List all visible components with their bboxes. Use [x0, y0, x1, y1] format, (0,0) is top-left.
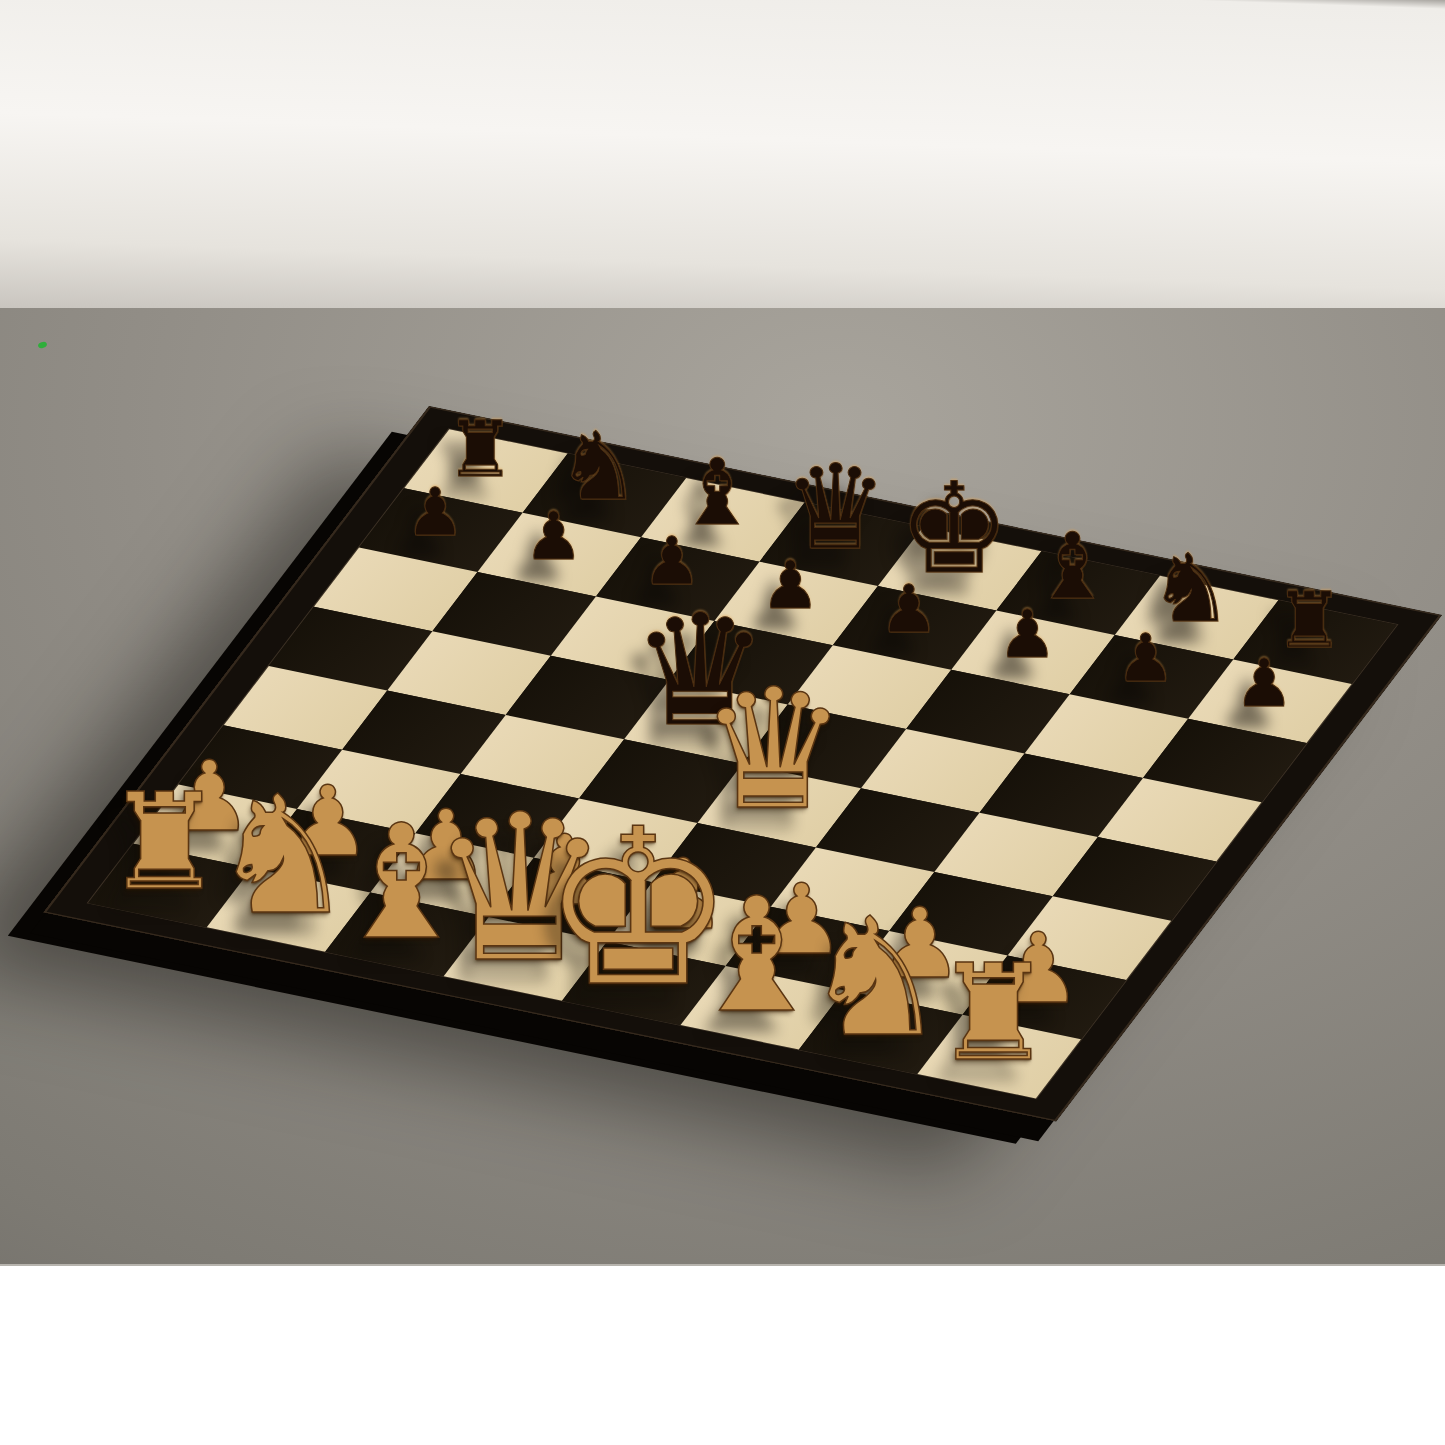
- black-pawn[interactable]: ♟: [1234, 651, 1293, 717]
- black-pawn[interactable]: ♟: [761, 553, 820, 619]
- black-pawn[interactable]: ♟: [405, 480, 464, 546]
- photo-scene: ♜♞♝♛♚♝♞♜♟♟♟♟♟♟♟♟♛♛♟♟♟♟♟♟♟♟♜♞♝♛♚♝♞♜: [0, 0, 1445, 1445]
- background-wall: [0, 0, 1445, 312]
- white-knight[interactable]: ♞: [802, 896, 948, 1059]
- white-rook[interactable]: ♜: [934, 947, 1053, 1080]
- white-rook[interactable]: ♜: [105, 776, 224, 909]
- black-pawn[interactable]: ♟: [524, 504, 583, 570]
- black-pawn[interactable]: ♟: [1116, 626, 1175, 692]
- black-pawn[interactable]: ♟: [998, 602, 1057, 668]
- black-pawn[interactable]: ♟: [879, 578, 938, 644]
